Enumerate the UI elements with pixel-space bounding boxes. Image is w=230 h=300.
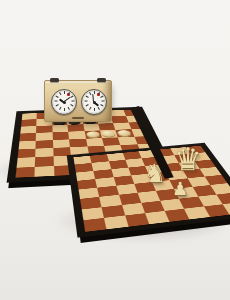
cream-checker[interactable] [102, 131, 116, 137]
dial-tick [100, 96, 103, 98]
dial-tick [55, 104, 58, 106]
dial-tick [59, 107, 61, 110]
dial-tick [89, 92, 91, 95]
dial-center-pin [93, 101, 96, 104]
square-r7c0[interactable] [16, 167, 36, 178]
dial-tick [85, 104, 88, 106]
dial-tick [64, 109, 65, 112]
dial-tick [54, 101, 57, 102]
white-knight[interactable]: ♞ [144, 161, 166, 186]
dial-tick [67, 107, 69, 110]
clock-dial-left [51, 89, 77, 115]
product-photo-scene: ♞♛♟ [0, 0, 230, 300]
clock-button-right[interactable] [97, 78, 106, 82]
dial-tick [97, 107, 99, 110]
clock-dial-right [81, 89, 107, 115]
white-queen[interactable]: ♛ [174, 144, 202, 175]
cream-checker[interactable] [117, 130, 132, 136]
dial-tick [94, 91, 95, 94]
dial-tick [64, 91, 65, 94]
white-pawn[interactable]: ♟ [172, 180, 188, 198]
dial-tick [85, 96, 88, 98]
square-r7c1[interactable] [35, 166, 54, 177]
dial-tick [55, 96, 58, 98]
square-r7c0[interactable] [83, 218, 106, 232]
dial-tick [94, 109, 95, 112]
dial-tick [59, 92, 61, 95]
clock-button-left[interactable] [50, 78, 59, 82]
dial-tick [70, 104, 73, 106]
cream-checker[interactable] [86, 131, 100, 137]
dial-tick [84, 101, 87, 102]
dial-tick [100, 104, 103, 106]
dial-tick [70, 96, 73, 98]
chess-clock [44, 80, 112, 122]
dial-tick [102, 101, 105, 102]
dial-tick [72, 101, 75, 102]
clock-brand-mark [72, 117, 84, 119]
dial-center-pin [63, 101, 66, 104]
dial-tick [89, 107, 91, 110]
